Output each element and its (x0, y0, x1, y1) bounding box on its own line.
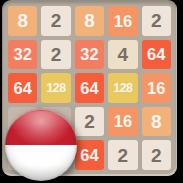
tile-128-r3c4: 128 (108, 73, 137, 103)
tile-64-r5c3: 64 (75, 140, 104, 170)
tile-2-r1c5: 2 (142, 6, 171, 36)
tile-16-r3c5: 16 (142, 73, 171, 103)
tile-32-r2c3: 32 (75, 40, 104, 70)
tile-32-r2c1: 32 (8, 40, 37, 70)
app-icon-canvas: { "game": "2048 (5x5 variant)", "positio… (0, 0, 183, 183)
indonesia-flag-badge (5, 109, 77, 181)
tile-2-r5c4: 2 (108, 140, 137, 170)
tile-64-r2c5: 64 (142, 40, 171, 70)
tile-2-r4c3: 2 (75, 107, 104, 137)
tile-128-r3c2: 128 (41, 73, 70, 103)
tile-2-r2c2: 2 (41, 40, 70, 70)
flag-gloss-highlight (11, 111, 70, 146)
tile-64-r3c3: 64 (75, 73, 104, 103)
tile-2-r5c5: 2 (142, 140, 171, 170)
tile-16-r4c4: 16 (108, 107, 137, 137)
tile-2-r1c2: 2 (41, 6, 70, 36)
tile-16-r1c4: 16 (108, 6, 137, 36)
tile-8-r1c3: 8 (75, 6, 104, 36)
tile-8-r4c5: 8 (142, 107, 171, 137)
tile-64-r3c1: 64 (8, 73, 37, 103)
tile-8-r1c1: 8 (8, 6, 37, 36)
tile-4-r2c4: 4 (108, 40, 137, 70)
